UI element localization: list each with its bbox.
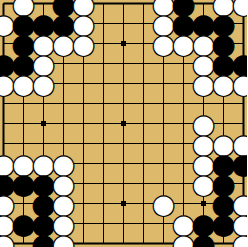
intersection-6-2[interactable]	[114, 34, 134, 54]
intersection-9-5[interactable]	[174, 94, 194, 114]
intersection-3-2[interactable]: ●	[54, 34, 74, 54]
intersection-9-12[interactable]: ●	[174, 234, 194, 247]
board-cells: ●●●●●●●●●●●●●●●●●●●●●●●●●●●●●●●●●●●●●●●●…	[0, 0, 247, 247]
intersection-6-6[interactable]	[114, 114, 134, 134]
intersection-11-11[interactable]: ●	[214, 214, 234, 234]
intersection-5-2[interactable]	[94, 34, 114, 54]
intersection-10-12[interactable]: ●	[194, 234, 214, 247]
intersection-0-5[interactable]	[0, 94, 14, 114]
intersection-6-5[interactable]	[114, 94, 134, 114]
intersection-11-4[interactable]: ●	[214, 74, 234, 94]
white-stone: ●	[232, 229, 247, 247]
intersection-6-9[interactable]	[114, 174, 134, 194]
intersection-10-9[interactable]: ●	[194, 174, 214, 194]
intersection-5-10[interactable]	[94, 194, 114, 214]
intersection-1-6[interactable]	[14, 114, 34, 134]
intersection-1-4[interactable]: ●	[14, 74, 34, 94]
intersection-7-11[interactable]	[134, 214, 154, 234]
intersection-7-2[interactable]	[134, 34, 154, 54]
intersection-6-12[interactable]	[114, 234, 134, 247]
intersection-5-5[interactable]	[94, 94, 114, 114]
intersection-3-5[interactable]	[54, 94, 74, 114]
intersection-12-4[interactable]: ●	[234, 74, 248, 94]
white-stone: ●	[232, 69, 247, 96]
intersection-7-1[interactable]	[134, 14, 154, 34]
intersection-7-10[interactable]	[134, 194, 154, 214]
intersection-2-6[interactable]	[34, 114, 54, 134]
intersection-7-12[interactable]	[134, 234, 154, 247]
intersection-4-7[interactable]	[74, 134, 94, 154]
intersection-5-0[interactable]	[94, 0, 114, 14]
intersection-1-9[interactable]: ●	[14, 174, 34, 194]
intersection-7-8[interactable]	[134, 154, 154, 174]
intersection-7-0[interactable]	[134, 0, 154, 14]
white-stone: ●	[52, 229, 76, 247]
intersection-4-11[interactable]	[74, 214, 94, 234]
intersection-4-6[interactable]	[74, 114, 94, 134]
intersection-5-6[interactable]	[94, 114, 114, 134]
intersection-5-4[interactable]	[94, 74, 114, 94]
intersection-0-6[interactable]	[0, 114, 14, 134]
black-stone: ●	[192, 229, 216, 247]
intersection-3-6[interactable]	[54, 114, 74, 134]
intersection-6-1[interactable]	[114, 14, 134, 34]
intersection-12-5[interactable]	[234, 94, 248, 114]
intersection-5-1[interactable]	[94, 14, 114, 34]
intersection-4-3[interactable]	[74, 54, 94, 74]
intersection-9-6[interactable]	[174, 114, 194, 134]
intersection-8-7[interactable]	[154, 134, 174, 154]
intersection-7-7[interactable]	[134, 134, 154, 154]
intersection-11-5[interactable]	[214, 94, 234, 114]
intersection-6-8[interactable]	[114, 154, 134, 174]
intersection-8-8[interactable]	[154, 154, 174, 174]
intersection-8-11[interactable]	[154, 214, 174, 234]
intersection-7-4[interactable]	[134, 74, 154, 94]
intersection-4-12[interactable]	[74, 234, 94, 247]
intersection-8-6[interactable]	[154, 114, 174, 134]
intersection-3-12[interactable]: ●	[54, 234, 74, 247]
intersection-6-0[interactable]	[114, 0, 134, 14]
intersection-12-12[interactable]: ●	[234, 234, 248, 247]
intersection-1-11[interactable]: ●	[14, 214, 34, 234]
intersection-9-3[interactable]	[174, 54, 194, 74]
intersection-5-12[interactable]	[94, 234, 114, 247]
intersection-6-4[interactable]	[114, 74, 134, 94]
intersection-5-3[interactable]	[94, 54, 114, 74]
intersection-2-5[interactable]	[34, 94, 54, 114]
intersection-6-10[interactable]	[114, 194, 134, 214]
intersection-0-12[interactable]: ●	[0, 234, 14, 247]
intersection-6-11[interactable]	[114, 214, 134, 234]
intersection-3-4[interactable]	[54, 74, 74, 94]
intersection-9-8[interactable]	[174, 154, 194, 174]
intersection-7-9[interactable]	[134, 174, 154, 194]
intersection-5-7[interactable]	[94, 134, 114, 154]
intersection-7-5[interactable]	[134, 94, 154, 114]
go-board[interactable]: ●●●●●●●●●●●●●●●●●●●●●●●●●●●●●●●●●●●●●●●●…	[0, 0, 247, 247]
intersection-8-12[interactable]	[154, 234, 174, 247]
intersection-4-10[interactable]	[74, 194, 94, 214]
intersection-9-9[interactable]	[174, 174, 194, 194]
intersection-5-8[interactable]	[94, 154, 114, 174]
intersection-7-3[interactable]	[134, 54, 154, 74]
intersection-1-5[interactable]	[14, 94, 34, 114]
intersection-4-2[interactable]: ●	[74, 34, 94, 54]
intersection-8-10[interactable]: ●	[154, 194, 174, 214]
intersection-9-7[interactable]	[174, 134, 194, 154]
intersection-11-12[interactable]	[214, 234, 234, 247]
white-stone: ●	[72, 29, 96, 56]
intersection-6-7[interactable]	[114, 134, 134, 154]
intersection-4-9[interactable]	[74, 174, 94, 194]
intersection-3-3[interactable]	[54, 54, 74, 74]
intersection-5-11[interactable]	[94, 214, 114, 234]
white-stone: ●	[32, 69, 56, 96]
intersection-7-6[interactable]	[134, 114, 154, 134]
intersection-8-5[interactable]	[154, 94, 174, 114]
intersection-5-9[interactable]	[94, 174, 114, 194]
intersection-1-12[interactable]	[14, 234, 34, 247]
intersection-4-8[interactable]	[74, 154, 94, 174]
intersection-9-4[interactable]	[174, 74, 194, 94]
intersection-8-2[interactable]: ●	[154, 34, 174, 54]
intersection-8-3[interactable]	[154, 54, 174, 74]
intersection-4-5[interactable]	[74, 94, 94, 114]
intersection-2-12[interactable]: ●	[34, 234, 54, 247]
intersection-4-4[interactable]	[74, 74, 94, 94]
intersection-10-4[interactable]: ●	[194, 74, 214, 94]
intersection-6-3[interactable]	[114, 54, 134, 74]
intersection-2-4[interactable]: ●	[34, 74, 54, 94]
intersection-8-4[interactable]	[154, 74, 174, 94]
intersection-9-2[interactable]: ●	[174, 34, 194, 54]
